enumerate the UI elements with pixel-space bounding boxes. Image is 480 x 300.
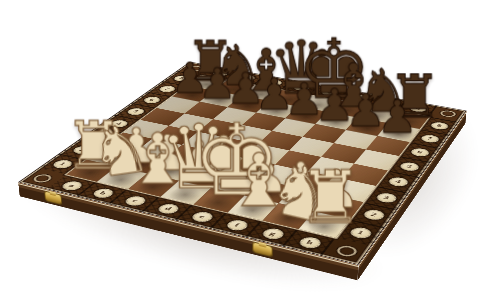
rank-label: 4 xyxy=(388,176,408,186)
piece-white-king[interactable]: ♚ xyxy=(192,114,230,208)
piece-white-rook[interactable]: ♜ xyxy=(298,164,338,233)
photo-background: abcdefgh abcdefgh 12345678 12345678 ♜♞♝♛… xyxy=(0,0,480,300)
file-label: d xyxy=(157,203,180,214)
piece-white-queen[interactable]: ♛ xyxy=(159,116,197,200)
file-label: h xyxy=(298,236,321,248)
brass-clasp xyxy=(45,192,61,204)
rank-label: 6 xyxy=(142,96,161,103)
rank-label: 2 xyxy=(363,209,385,220)
file-label: a xyxy=(212,70,229,76)
chess-board: abcdefgh abcdefgh 12345678 12345678 ♜♞♝♛… xyxy=(18,62,467,265)
file-label: a xyxy=(61,180,84,190)
piece-white-knight[interactable]: ♞ xyxy=(86,119,131,187)
rank-label: 8 xyxy=(430,122,448,130)
brass-clasp xyxy=(253,242,271,256)
file-label: f xyxy=(225,219,248,231)
rank-label: 5 xyxy=(399,162,419,172)
piece-white-bishop[interactable]: ♝ xyxy=(226,147,265,216)
file-label: f xyxy=(350,94,368,101)
file-label: c xyxy=(265,79,282,86)
rank-label: 3 xyxy=(376,192,397,203)
file-label: g xyxy=(379,99,397,106)
file-label: e xyxy=(191,211,214,222)
rank-label: 6 xyxy=(410,148,429,157)
file-label: h xyxy=(409,105,427,113)
file-label: g xyxy=(261,227,284,239)
rank-label: 7 xyxy=(420,134,439,143)
file-label: b xyxy=(92,188,115,198)
file-label: e xyxy=(321,89,339,96)
file-label: d xyxy=(293,84,310,91)
rank-label: 8 xyxy=(173,75,191,82)
file-label: b xyxy=(238,74,255,81)
rank-label: 7 xyxy=(158,85,176,92)
file-label: c xyxy=(124,195,147,206)
